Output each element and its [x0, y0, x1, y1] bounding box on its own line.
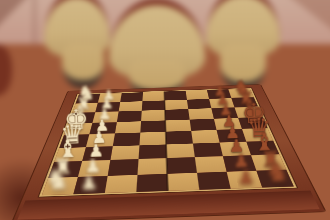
square[interactable]: [108, 159, 139, 176]
square[interactable]: [165, 119, 191, 131]
square[interactable]: [119, 101, 143, 111]
square[interactable]: [136, 174, 167, 192]
square[interactable]: [197, 171, 231, 189]
square[interactable]: [113, 133, 141, 147]
square[interactable]: [140, 120, 165, 132]
square[interactable]: [105, 175, 138, 193]
square[interactable]: [110, 145, 139, 160]
square[interactable]: [167, 157, 197, 173]
chess-piece-black-pawn[interactable]: ♟: [237, 168, 255, 188]
square[interactable]: [167, 173, 199, 191]
chess-board-area: ♞♟♟♞♜♟♟♜♝♟♟♝♚♟♟♚♛♟♟♛♝♟♟♝♜♟♟♜♞♟♟♞: [0, 0, 330, 220]
chess-board: ♞♟♟♞♜♟♟♜♝♟♟♝♚♟♟♚♛♟♟♛♝♟♟♝♜♟♟♜♞♟♟♞: [12, 85, 324, 220]
square[interactable]: [139, 144, 167, 159]
square[interactable]: [195, 156, 227, 172]
square[interactable]: [139, 132, 166, 145]
chess-piece-black-knight[interactable]: ♞: [264, 158, 290, 187]
square[interactable]: ♞: [256, 169, 293, 187]
square[interactable]: [115, 121, 141, 133]
square[interactable]: [190, 119, 217, 131]
square[interactable]: [193, 142, 223, 157]
square[interactable]: [166, 143, 195, 158]
chess-piece-white-pawn[interactable]: ♟: [80, 173, 98, 193]
square[interactable]: [166, 131, 193, 144]
photo-scene: ♞♟♟♞♜♟♟♜♝♟♟♝♚♟♟♚♛♟♟♛♝♟♟♝♜♟♟♜♞♟♟♞: [0, 0, 330, 220]
chess-piece-white-knight[interactable]: ♞: [44, 166, 70, 195]
square[interactable]: ♟: [73, 176, 107, 195]
board-grid: ♞♟♟♞♜♟♟♜♝♟♟♝♚♟♟♚♛♟♟♛♝♟♟♝♜♟♟♜♞♟♟♞: [39, 88, 297, 197]
square[interactable]: [138, 158, 168, 174]
square[interactable]: [191, 130, 219, 143]
